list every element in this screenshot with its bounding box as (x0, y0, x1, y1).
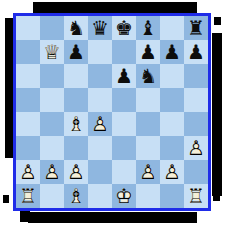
board-shadow-bottom (28, 212, 197, 223)
square-e5[interactable] (112, 88, 136, 112)
pawn-outline: ♙ (160, 160, 184, 184)
square-h1[interactable]: ♜♖ (184, 184, 208, 208)
bishop-glyph: ♝ (136, 16, 160, 40)
board-shadow-left-dash (3, 195, 9, 203)
knight-glyph: ♞ (136, 64, 160, 88)
square-c2[interactable]: ♟♙ (64, 160, 88, 184)
queen-glyph: ♛ (88, 16, 112, 40)
white-queen[interactable]: ♛♕ (40, 40, 64, 64)
square-a8[interactable] (16, 16, 40, 40)
square-b2[interactable]: ♟♙ (40, 160, 64, 184)
rook-glyph: ♜ (184, 16, 208, 40)
black-pawn[interactable]: ♟ (160, 40, 184, 64)
square-h2[interactable] (184, 160, 208, 184)
bishop-outline: ♗ (64, 184, 88, 208)
pawn-glyph: ♟ (64, 40, 88, 64)
square-b4[interactable] (40, 112, 64, 136)
square-g7[interactable]: ♟ (160, 40, 184, 64)
square-c5[interactable] (64, 88, 88, 112)
white-pawn[interactable]: ♟♙ (88, 112, 112, 136)
board-shadow-right-dash (214, 17, 221, 25)
chess-board: ♞♛♚♝♜♛♕♟♟♟♟♟♞♝♗♟♙♟♙♟♙♟♙♟♙♟♙♟♙♜♖♝♗♚♔♜♖ (16, 16, 208, 208)
black-bishop[interactable]: ♝ (136, 16, 160, 40)
square-f2[interactable]: ♟♙ (136, 160, 160, 184)
white-pawn[interactable]: ♟♙ (64, 160, 88, 184)
square-b3[interactable] (40, 136, 64, 160)
square-a2[interactable]: ♟♙ (16, 160, 40, 184)
pawn-outline: ♙ (136, 160, 160, 184)
square-b5[interactable] (40, 88, 64, 112)
square-d5[interactable] (88, 88, 112, 112)
square-a6[interactable] (16, 64, 40, 88)
king-outline: ♔ (112, 184, 136, 208)
square-h6[interactable] (184, 64, 208, 88)
black-queen[interactable]: ♛ (88, 16, 112, 40)
square-e4[interactable] (112, 112, 136, 136)
square-h4[interactable] (184, 112, 208, 136)
square-g2[interactable]: ♟♙ (160, 160, 184, 184)
square-h8[interactable]: ♜ (184, 16, 208, 40)
white-king[interactable]: ♚♔ (112, 184, 136, 208)
rook-outline: ♖ (184, 184, 208, 208)
square-c7[interactable]: ♟ (64, 40, 88, 64)
square-a7[interactable] (16, 40, 40, 64)
square-g5[interactable] (160, 88, 184, 112)
square-b7[interactable]: ♛♕ (40, 40, 64, 64)
knight-glyph: ♞ (64, 16, 88, 40)
square-d1[interactable] (88, 184, 112, 208)
black-rook[interactable]: ♜ (184, 16, 208, 40)
square-f3[interactable] (136, 136, 160, 160)
square-f8[interactable]: ♝ (136, 16, 160, 40)
square-e7[interactable] (112, 40, 136, 64)
square-e3[interactable] (112, 136, 136, 160)
square-g4[interactable] (160, 112, 184, 136)
square-f6[interactable]: ♞ (136, 64, 160, 88)
white-pawn[interactable]: ♟♙ (160, 160, 184, 184)
square-c3[interactable] (64, 136, 88, 160)
square-a4[interactable] (16, 112, 40, 136)
square-d8[interactable]: ♛ (88, 16, 112, 40)
square-f4[interactable] (136, 112, 160, 136)
square-a1[interactable]: ♜♖ (16, 184, 40, 208)
black-pawn[interactable]: ♟ (136, 40, 160, 64)
pawn-outline: ♙ (184, 136, 208, 160)
black-knight[interactable]: ♞ (64, 16, 88, 40)
white-pawn[interactable]: ♟♙ (184, 136, 208, 160)
square-f1[interactable] (136, 184, 160, 208)
black-knight[interactable]: ♞ (136, 64, 160, 88)
white-pawn[interactable]: ♟♙ (40, 160, 64, 184)
pawn-outline: ♙ (16, 160, 40, 184)
square-c4[interactable]: ♝♗ (64, 112, 88, 136)
king-glyph: ♚ (112, 16, 136, 40)
rook-outline: ♖ (16, 184, 40, 208)
pawn-glyph: ♟ (160, 40, 184, 64)
square-d4[interactable]: ♟♙ (88, 112, 112, 136)
square-d3[interactable] (88, 136, 112, 160)
square-d6[interactable] (88, 64, 112, 88)
white-pawn[interactable]: ♟♙ (136, 160, 160, 184)
square-c8[interactable]: ♞ (64, 16, 88, 40)
square-b8[interactable] (40, 16, 64, 40)
black-pawn[interactable]: ♟ (64, 40, 88, 64)
square-h3[interactable]: ♟♙ (184, 136, 208, 160)
square-g8[interactable] (160, 16, 184, 40)
square-a3[interactable] (16, 136, 40, 160)
square-d7[interactable] (88, 40, 112, 64)
square-c1[interactable]: ♝♗ (64, 184, 88, 208)
square-g1[interactable] (160, 184, 184, 208)
white-pawn[interactable]: ♟♙ (16, 160, 40, 184)
pawn-outline: ♙ (88, 112, 112, 136)
board-frame: ♞♛♚♝♜♛♕♟♟♟♟♟♞♝♗♟♙♟♙♟♙♟♙♟♙♟♙♟♙♜♖♝♗♚♔♜♖ (13, 13, 211, 211)
black-king[interactable]: ♚ (112, 16, 136, 40)
square-g6[interactable] (160, 64, 184, 88)
square-a5[interactable] (16, 88, 40, 112)
pawn-outline: ♙ (64, 160, 88, 184)
square-b6[interactable] (40, 64, 64, 88)
board-shadow-top (33, 2, 197, 13)
square-f7[interactable]: ♟ (136, 40, 160, 64)
square-e2[interactable] (112, 160, 136, 184)
pawn-glyph: ♟ (184, 40, 208, 64)
square-c6[interactable] (64, 64, 88, 88)
white-rook[interactable]: ♜♖ (16, 184, 40, 208)
square-g3[interactable] (160, 136, 184, 160)
square-h5[interactable] (184, 88, 208, 112)
board-shadow-right (212, 33, 222, 196)
square-b1[interactable] (40, 184, 64, 208)
square-e1[interactable]: ♚♔ (112, 184, 136, 208)
white-bishop[interactable]: ♝♗ (64, 184, 88, 208)
pawn-glyph: ♟ (112, 64, 136, 88)
chess-diagram-screen: ♞♛♚♝♜♛♕♟♟♟♟♟♞♝♗♟♙♟♙♟♙♟♙♟♙♟♙♟♙♜♖♝♗♚♔♜♖ (0, 0, 225, 225)
square-d2[interactable] (88, 160, 112, 184)
pawn-outline: ♙ (40, 160, 64, 184)
queen-outline: ♕ (40, 40, 64, 64)
square-f5[interactable] (136, 88, 160, 112)
square-h7[interactable]: ♟ (184, 40, 208, 64)
pawn-glyph: ♟ (136, 40, 160, 64)
square-e6[interactable]: ♟ (112, 64, 136, 88)
black-pawn[interactable]: ♟ (112, 64, 136, 88)
square-e8[interactable]: ♚ (112, 16, 136, 40)
black-pawn[interactable]: ♟ (184, 40, 208, 64)
white-bishop[interactable]: ♝♗ (64, 112, 88, 136)
white-rook[interactable]: ♜♖ (184, 184, 208, 208)
bishop-outline: ♗ (64, 112, 88, 136)
board-shadow-right-dash-bottom (213, 195, 220, 201)
